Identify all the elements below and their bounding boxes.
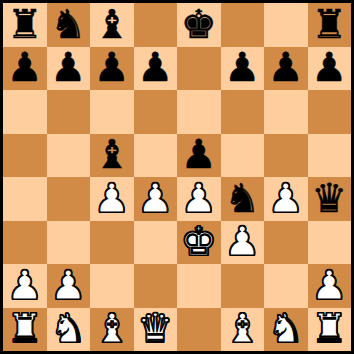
square-e6[interactable] bbox=[177, 90, 221, 134]
square-b8[interactable]: ♞ bbox=[47, 3, 91, 47]
square-a1[interactable]: ♜ bbox=[3, 308, 47, 352]
square-e4[interactable]: ♟ bbox=[177, 177, 221, 221]
white-king[interactable]: ♚ bbox=[181, 221, 217, 261]
black-pawn[interactable]: ♟ bbox=[50, 47, 86, 87]
square-g8[interactable] bbox=[264, 3, 308, 47]
square-e2[interactable] bbox=[177, 264, 221, 308]
square-f5[interactable] bbox=[221, 134, 265, 178]
black-pawn[interactable]: ♟ bbox=[268, 47, 304, 87]
black-pawn[interactable]: ♟ bbox=[224, 47, 260, 87]
square-d2[interactable] bbox=[134, 264, 178, 308]
square-b6[interactable] bbox=[47, 90, 91, 134]
white-pawn[interactable]: ♟ bbox=[224, 221, 260, 261]
white-pawn[interactable]: ♟ bbox=[137, 178, 173, 218]
square-c5[interactable]: ♝ bbox=[90, 134, 134, 178]
black-rook[interactable]: ♜ bbox=[7, 4, 43, 44]
square-d7[interactable]: ♟ bbox=[134, 47, 178, 91]
square-d8[interactable] bbox=[134, 3, 178, 47]
black-pawn[interactable]: ♟ bbox=[181, 134, 217, 174]
white-pawn[interactable]: ♟ bbox=[311, 265, 347, 305]
white-bishop[interactable]: ♝ bbox=[224, 308, 260, 348]
white-bishop[interactable]: ♝ bbox=[94, 308, 130, 348]
square-h4[interactable]: ♛ bbox=[308, 177, 352, 221]
black-knight[interactable]: ♞ bbox=[224, 178, 260, 218]
chess-board: ♜♞♝♚♜♟♟♟♟♟♟♟♝♟♟♟♟♞♟♛♚♟♟♟♟♜♞♝♛♝♞♜ bbox=[0, 0, 354, 354]
square-c3[interactable] bbox=[90, 221, 134, 265]
square-f7[interactable]: ♟ bbox=[221, 47, 265, 91]
black-pawn[interactable]: ♟ bbox=[137, 47, 173, 87]
square-f6[interactable] bbox=[221, 90, 265, 134]
square-d6[interactable] bbox=[134, 90, 178, 134]
white-pawn[interactable]: ♟ bbox=[7, 265, 43, 305]
square-d3[interactable] bbox=[134, 221, 178, 265]
black-rook[interactable]: ♜ bbox=[311, 4, 347, 44]
black-pawn[interactable]: ♟ bbox=[311, 47, 347, 87]
square-f2[interactable] bbox=[221, 264, 265, 308]
square-c7[interactable]: ♟ bbox=[90, 47, 134, 91]
square-h2[interactable]: ♟ bbox=[308, 264, 352, 308]
black-knight[interactable]: ♞ bbox=[50, 4, 86, 44]
white-pawn[interactable]: ♟ bbox=[94, 178, 130, 218]
white-pawn[interactable]: ♟ bbox=[50, 265, 86, 305]
square-h6[interactable] bbox=[308, 90, 352, 134]
square-b1[interactable]: ♞ bbox=[47, 308, 91, 352]
square-f4[interactable]: ♞ bbox=[221, 177, 265, 221]
square-a8[interactable]: ♜ bbox=[3, 3, 47, 47]
square-g3[interactable] bbox=[264, 221, 308, 265]
square-a7[interactable]: ♟ bbox=[3, 47, 47, 91]
square-e1[interactable] bbox=[177, 308, 221, 352]
square-c4[interactable]: ♟ bbox=[90, 177, 134, 221]
white-queen[interactable]: ♛ bbox=[137, 308, 173, 348]
square-c8[interactable]: ♝ bbox=[90, 3, 134, 47]
white-pawn[interactable]: ♟ bbox=[268, 178, 304, 218]
square-b4[interactable] bbox=[47, 177, 91, 221]
square-b7[interactable]: ♟ bbox=[47, 47, 91, 91]
square-b2[interactable]: ♟ bbox=[47, 264, 91, 308]
white-rook[interactable]: ♜ bbox=[7, 308, 43, 348]
square-f3[interactable]: ♟ bbox=[221, 221, 265, 265]
square-g5[interactable] bbox=[264, 134, 308, 178]
square-b5[interactable] bbox=[47, 134, 91, 178]
square-a6[interactable] bbox=[3, 90, 47, 134]
square-h3[interactable] bbox=[308, 221, 352, 265]
square-a2[interactable]: ♟ bbox=[3, 264, 47, 308]
white-rook[interactable]: ♜ bbox=[311, 308, 347, 348]
black-bishop[interactable]: ♝ bbox=[94, 4, 130, 44]
black-queen[interactable]: ♛ bbox=[311, 178, 347, 218]
black-king[interactable]: ♚ bbox=[181, 4, 217, 44]
square-g7[interactable]: ♟ bbox=[264, 47, 308, 91]
square-h5[interactable] bbox=[308, 134, 352, 178]
square-a4[interactable] bbox=[3, 177, 47, 221]
square-d1[interactable]: ♛ bbox=[134, 308, 178, 352]
square-h7[interactable]: ♟ bbox=[308, 47, 352, 91]
square-c1[interactable]: ♝ bbox=[90, 308, 134, 352]
square-h8[interactable]: ♜ bbox=[308, 3, 352, 47]
black-pawn[interactable]: ♟ bbox=[94, 47, 130, 87]
square-e3[interactable]: ♚ bbox=[177, 221, 221, 265]
square-a3[interactable] bbox=[3, 221, 47, 265]
square-f1[interactable]: ♝ bbox=[221, 308, 265, 352]
square-g4[interactable]: ♟ bbox=[264, 177, 308, 221]
white-knight[interactable]: ♞ bbox=[50, 308, 86, 348]
square-b3[interactable] bbox=[47, 221, 91, 265]
square-d4[interactable]: ♟ bbox=[134, 177, 178, 221]
square-e7[interactable] bbox=[177, 47, 221, 91]
square-d5[interactable] bbox=[134, 134, 178, 178]
square-g6[interactable] bbox=[264, 90, 308, 134]
white-pawn[interactable]: ♟ bbox=[181, 178, 217, 218]
square-e8[interactable]: ♚ bbox=[177, 3, 221, 47]
square-h1[interactable]: ♜ bbox=[308, 308, 352, 352]
black-bishop[interactable]: ♝ bbox=[94, 134, 130, 174]
square-g1[interactable]: ♞ bbox=[264, 308, 308, 352]
white-knight[interactable]: ♞ bbox=[268, 308, 304, 348]
square-e5[interactable]: ♟ bbox=[177, 134, 221, 178]
black-pawn[interactable]: ♟ bbox=[7, 47, 43, 87]
square-a5[interactable] bbox=[3, 134, 47, 178]
square-f8[interactable] bbox=[221, 3, 265, 47]
square-g2[interactable] bbox=[264, 264, 308, 308]
square-c6[interactable] bbox=[90, 90, 134, 134]
square-c2[interactable] bbox=[90, 264, 134, 308]
